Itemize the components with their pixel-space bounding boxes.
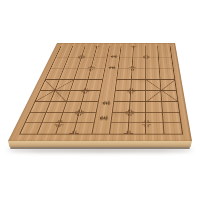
board-cell <box>119 57 133 68</box>
board-cell <box>133 46 146 57</box>
board-cell <box>99 91 116 102</box>
board-cell <box>146 102 163 113</box>
board-cell <box>146 46 159 57</box>
board-cell <box>114 91 130 102</box>
board-cell <box>117 69 132 80</box>
board-cell <box>146 112 163 123</box>
xiangqi-board <box>8 43 192 141</box>
board-cell <box>113 102 130 113</box>
board-cell <box>116 80 132 91</box>
board-cell <box>131 69 145 80</box>
board-cell <box>131 80 146 91</box>
board-grid <box>19 46 183 135</box>
board-cell <box>103 69 119 80</box>
board-cell <box>146 80 161 91</box>
board-cell <box>129 102 146 113</box>
board-cell <box>94 112 113 123</box>
photo-stage: 楚河 漢界 <box>0 0 200 200</box>
board-cell <box>162 102 179 113</box>
board-cell <box>74 123 94 134</box>
board-cell <box>129 112 146 123</box>
board-cell <box>101 80 117 91</box>
board-cast-shadow <box>7 148 193 152</box>
board-cell <box>158 57 172 68</box>
board-cell <box>112 112 130 123</box>
river-label-chu-he: 楚河 <box>0 0 1 1</box>
board-cell <box>146 91 162 102</box>
board-cell <box>96 102 114 113</box>
board-cell <box>146 57 160 68</box>
board-cell <box>160 80 176 91</box>
board-cell <box>130 91 146 102</box>
board-cell <box>132 57 146 68</box>
board-cell <box>110 123 129 134</box>
board-cell <box>128 123 146 134</box>
board-cell <box>161 91 178 102</box>
board-cell <box>163 123 182 134</box>
board-cell <box>146 123 164 134</box>
board-cell <box>120 46 134 57</box>
board-cell <box>146 69 160 80</box>
board-cell <box>92 123 111 134</box>
board-cell <box>162 112 180 123</box>
river-label-han-jie: 漢界 <box>0 0 1 1</box>
board-cell <box>158 46 172 57</box>
board-cell <box>159 69 174 80</box>
